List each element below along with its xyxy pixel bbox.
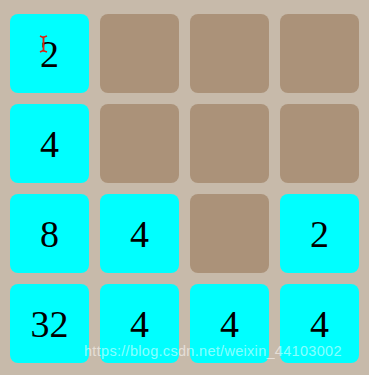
empty-cell [100, 104, 179, 183]
empty-cell [190, 14, 269, 93]
empty-cell [190, 194, 269, 273]
board-2048[interactable]: 2484232444 [10, 14, 359, 363]
tile-4: 4 [100, 284, 179, 363]
empty-cell [280, 14, 359, 93]
empty-cell [280, 104, 359, 183]
tile-2: 2 [10, 14, 89, 93]
tile-2: 2 [280, 194, 359, 273]
empty-cell [190, 104, 269, 183]
tile-4: 4 [10, 104, 89, 183]
game-screen: 2484232444 https://blog.csdn.net/weixin_… [0, 0, 369, 375]
empty-cell [100, 14, 179, 93]
tile-8: 8 [10, 194, 89, 273]
tile-32: 32 [10, 284, 89, 363]
tile-4: 4 [280, 284, 359, 363]
tile-4: 4 [190, 284, 269, 363]
tile-4: 4 [100, 194, 179, 273]
